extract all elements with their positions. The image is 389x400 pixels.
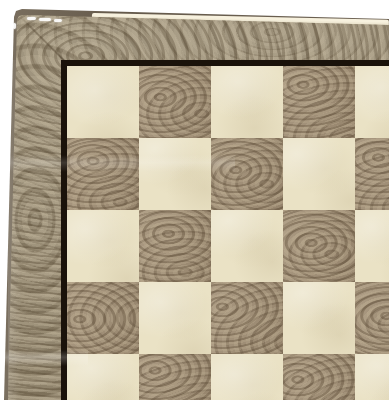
gloss-glint [39,18,51,21]
square-b4 [139,354,211,400]
gloss-glint [13,23,16,29]
gloss-glint [54,19,62,22]
square-a4 [67,354,139,400]
chessboard-product-photo [0,0,389,400]
square-c6 [211,210,283,282]
square-e5 [355,282,389,354]
square-d8 [283,66,355,138]
square-e6 [355,210,389,282]
square-a6 [67,210,139,282]
square-a8 [67,66,139,138]
square-a5 [67,282,139,354]
square-d7 [283,138,355,210]
square-e8 [355,66,389,138]
chessboard-squares [67,66,389,400]
square-d4 [283,354,355,400]
square-e4 [355,354,389,400]
square-c5 [211,282,283,354]
square-c8 [211,66,283,138]
square-b7 [139,138,211,210]
square-d5 [283,282,355,354]
square-b5 [139,282,211,354]
square-c7 [211,138,283,210]
square-e7 [355,138,389,210]
square-b8 [139,66,211,138]
square-b6 [139,210,211,282]
square-c4 [211,354,283,400]
gloss-glint [27,17,36,20]
square-a7 [67,138,139,210]
square-d6 [283,210,355,282]
